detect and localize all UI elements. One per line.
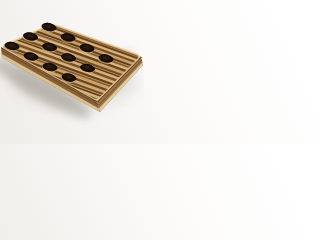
drilled-hole: [76, 42, 97, 53]
drilled-hole: [39, 41, 60, 52]
drilled-hole: [1, 40, 22, 51]
drilled-hole: [95, 53, 116, 64]
drilled-hole: [58, 72, 79, 83]
drilled-hole: [38, 21, 59, 32]
drilled-hole: [20, 51, 41, 62]
photo-scene: [0, 0, 144, 144]
drilled-hole: [77, 62, 98, 73]
drilled-hole: [39, 61, 60, 72]
drilled-hole: [20, 31, 41, 42]
drilled-hole: [57, 32, 78, 43]
drilled-hole: [58, 52, 79, 63]
